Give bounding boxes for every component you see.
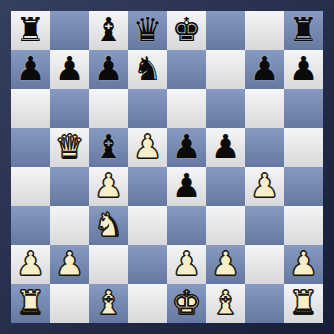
- square-e4[interactable]: ♟: [167, 167, 206, 206]
- square-d6[interactable]: [128, 89, 167, 128]
- square-a3[interactable]: [11, 206, 50, 245]
- square-f3[interactable]: [206, 206, 245, 245]
- square-g7[interactable]: ♟: [245, 50, 284, 89]
- piece-black-rook: ♜: [289, 11, 319, 49]
- piece-white-pawn: ♟: [211, 245, 241, 283]
- piece-black-bishop: ♝: [94, 11, 124, 49]
- square-d3[interactable]: [128, 206, 167, 245]
- piece-white-pawn: ♟: [133, 128, 163, 166]
- piece-white-bishop: ♝: [211, 284, 241, 322]
- square-c1[interactable]: ♝: [89, 284, 128, 323]
- piece-white-knight: ♞: [94, 206, 124, 244]
- square-b8[interactable]: [50, 11, 89, 50]
- square-e2[interactable]: ♟: [167, 245, 206, 284]
- square-c4[interactable]: ♟: [89, 167, 128, 206]
- piece-black-bishop: ♝: [94, 128, 124, 166]
- square-d7[interactable]: ♞: [128, 50, 167, 89]
- square-d8[interactable]: ♛: [128, 11, 167, 50]
- square-b7[interactable]: ♟: [50, 50, 89, 89]
- square-d4[interactable]: [128, 167, 167, 206]
- piece-black-knight: ♞: [133, 50, 163, 88]
- piece-white-pawn: ♟: [94, 167, 124, 205]
- square-b5[interactable]: ♛: [50, 128, 89, 167]
- piece-black-pawn: ♟: [172, 128, 202, 166]
- piece-black-king: ♚: [172, 11, 202, 49]
- square-a1[interactable]: ♜: [11, 284, 50, 323]
- square-d2[interactable]: [128, 245, 167, 284]
- square-g5[interactable]: [245, 128, 284, 167]
- square-b3[interactable]: [50, 206, 89, 245]
- piece-black-pawn: ♟: [250, 50, 280, 88]
- square-c2[interactable]: [89, 245, 128, 284]
- square-f1[interactable]: ♝: [206, 284, 245, 323]
- square-g4[interactable]: ♟: [245, 167, 284, 206]
- square-c8[interactable]: ♝: [89, 11, 128, 50]
- square-a6[interactable]: [11, 89, 50, 128]
- square-c3[interactable]: ♞: [89, 206, 128, 245]
- piece-white-pawn: ♟: [289, 245, 319, 283]
- square-f6[interactable]: [206, 89, 245, 128]
- square-e3[interactable]: [167, 206, 206, 245]
- piece-black-pawn: ♟: [94, 50, 124, 88]
- square-b6[interactable]: [50, 89, 89, 128]
- square-h1[interactable]: ♜: [284, 284, 323, 323]
- square-f2[interactable]: ♟: [206, 245, 245, 284]
- square-g1[interactable]: [245, 284, 284, 323]
- square-e7[interactable]: [167, 50, 206, 89]
- square-e6[interactable]: [167, 89, 206, 128]
- piece-black-rook: ♜: [16, 11, 46, 49]
- square-g8[interactable]: [245, 11, 284, 50]
- square-g3[interactable]: [245, 206, 284, 245]
- piece-black-pawn: ♟: [55, 50, 85, 88]
- piece-white-queen: ♛: [55, 128, 85, 166]
- piece-white-pawn: ♟: [250, 167, 280, 205]
- square-e1[interactable]: ♚: [167, 284, 206, 323]
- square-g2[interactable]: [245, 245, 284, 284]
- square-d5[interactable]: ♟: [128, 128, 167, 167]
- square-h2[interactable]: ♟: [284, 245, 323, 284]
- square-c6[interactable]: [89, 89, 128, 128]
- square-h6[interactable]: [284, 89, 323, 128]
- piece-white-pawn: ♟: [172, 245, 202, 283]
- piece-black-queen: ♛: [133, 11, 163, 49]
- square-e5[interactable]: ♟: [167, 128, 206, 167]
- piece-white-king: ♚: [172, 284, 202, 322]
- chess-board-frame: ♜♝♛♚♜♟♟♟♞♟♟♛♝♟♟♟♟♟♟♞♟♟♟♟♟♜♝♚♝♜: [0, 0, 334, 334]
- piece-black-pawn: ♟: [289, 50, 319, 88]
- piece-white-pawn: ♟: [16, 245, 46, 283]
- chess-board: ♜♝♛♚♜♟♟♟♞♟♟♛♝♟♟♟♟♟♟♞♟♟♟♟♟♜♝♚♝♜: [11, 11, 323, 323]
- square-h3[interactable]: [284, 206, 323, 245]
- piece-white-pawn: ♟: [55, 245, 85, 283]
- square-h7[interactable]: ♟: [284, 50, 323, 89]
- square-f5[interactable]: ♟: [206, 128, 245, 167]
- square-h8[interactable]: ♜: [284, 11, 323, 50]
- square-d1[interactable]: [128, 284, 167, 323]
- square-a5[interactable]: [11, 128, 50, 167]
- piece-white-bishop: ♝: [94, 284, 124, 322]
- piece-white-rook: ♜: [289, 284, 319, 322]
- square-a8[interactable]: ♜: [11, 11, 50, 50]
- square-c7[interactable]: ♟: [89, 50, 128, 89]
- square-f8[interactable]: [206, 11, 245, 50]
- piece-white-rook: ♜: [16, 284, 46, 322]
- square-h5[interactable]: [284, 128, 323, 167]
- piece-black-pawn: ♟: [16, 50, 46, 88]
- square-c5[interactable]: ♝: [89, 128, 128, 167]
- piece-black-pawn: ♟: [172, 167, 202, 205]
- square-h4[interactable]: [284, 167, 323, 206]
- square-b1[interactable]: [50, 284, 89, 323]
- square-b2[interactable]: ♟: [50, 245, 89, 284]
- square-a4[interactable]: [11, 167, 50, 206]
- square-b4[interactable]: [50, 167, 89, 206]
- square-e8[interactable]: ♚: [167, 11, 206, 50]
- square-a7[interactable]: ♟: [11, 50, 50, 89]
- square-f4[interactable]: [206, 167, 245, 206]
- square-a2[interactable]: ♟: [11, 245, 50, 284]
- piece-black-pawn: ♟: [211, 128, 241, 166]
- square-f7[interactable]: [206, 50, 245, 89]
- square-g6[interactable]: [245, 89, 284, 128]
